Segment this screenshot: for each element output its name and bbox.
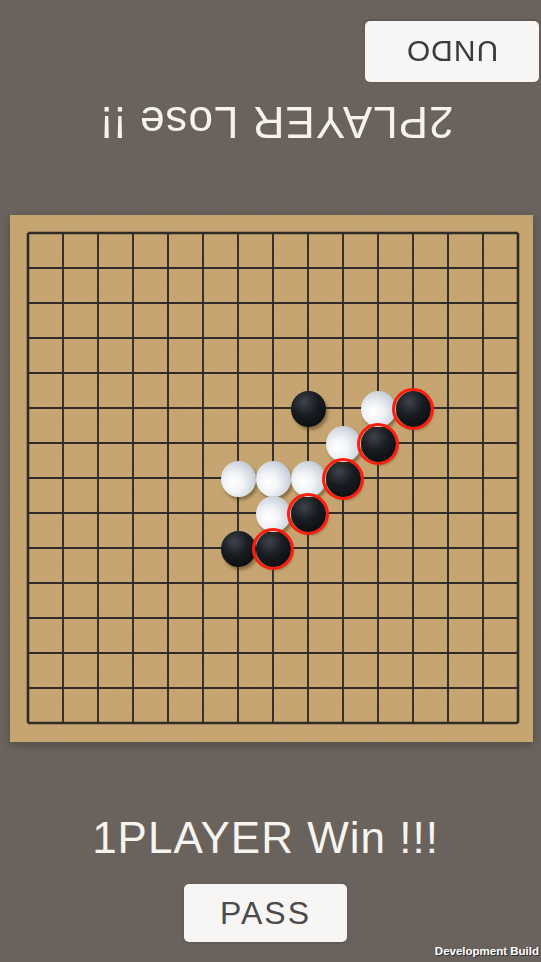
opponent-status-text: 2PLAYER Lose !! <box>6 96 541 148</box>
board-point <box>291 497 326 532</box>
board-point <box>256 532 291 567</box>
stone-white <box>221 461 256 497</box>
board-point <box>361 392 396 427</box>
game-screen: UNDO 2PLAYER Lose !! 1PLAYER Win !!! PAS… <box>0 0 541 962</box>
stone-white <box>256 461 291 497</box>
board-point <box>291 392 326 427</box>
winner-status-text: 1PLAYER Win !!! <box>0 812 536 864</box>
board-point <box>256 462 291 497</box>
stone-black <box>291 496 326 532</box>
board-point <box>326 427 361 462</box>
stone-white <box>361 391 396 427</box>
board-point <box>256 497 291 532</box>
stone-black <box>256 531 291 567</box>
board-point <box>221 532 256 567</box>
stone-white <box>291 461 326 497</box>
undo-button[interactable]: UNDO <box>365 21 539 82</box>
development-build-watermark: Development Build <box>435 945 539 957</box>
board-point <box>291 462 326 497</box>
stone-white <box>326 426 361 462</box>
stone-black <box>291 391 326 427</box>
stone-black <box>221 531 256 567</box>
board-point <box>221 462 256 497</box>
gomoku-board[interactable] <box>10 215 533 742</box>
pass-button[interactable]: PASS <box>184 884 347 942</box>
stone-black <box>326 461 361 497</box>
stone-black <box>396 391 431 427</box>
board-stones-layer <box>11 217 536 742</box>
board-point <box>396 392 431 427</box>
stone-white <box>256 496 291 532</box>
board-point <box>361 427 396 462</box>
stone-black <box>361 426 396 462</box>
board-point <box>326 462 361 497</box>
